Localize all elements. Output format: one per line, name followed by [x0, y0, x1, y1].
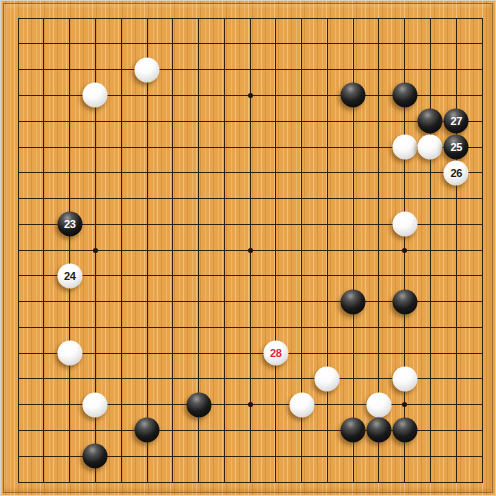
board-point-G14[interactable]	[160, 134, 186, 160]
board-point-Q15[interactable]	[392, 108, 418, 134]
board-point-R19[interactable]	[418, 5, 444, 31]
board-point-M9[interactable]	[289, 263, 315, 289]
board-point-P15[interactable]	[366, 108, 392, 134]
board-point-R6[interactable]	[418, 340, 444, 366]
board-point-T16[interactable]	[469, 83, 495, 109]
board-point-L9[interactable]	[263, 263, 289, 289]
board-point-S14[interactable]: 25	[443, 134, 469, 160]
board-point-E19[interactable]	[108, 5, 134, 31]
board-point-B5[interactable]	[31, 366, 57, 392]
board-point-F15[interactable]	[134, 108, 160, 134]
board-point-R9[interactable]	[418, 263, 444, 289]
board-point-P17[interactable]	[366, 57, 392, 83]
board-point-R13[interactable]	[418, 160, 444, 186]
board-point-O14[interactable]	[340, 134, 366, 160]
board-point-S12[interactable]	[443, 186, 469, 212]
board-point-T2[interactable]	[469, 443, 495, 469]
board-point-F11[interactable]	[134, 211, 160, 237]
board-point-Q11[interactable]	[392, 211, 418, 237]
board-point-E16[interactable]	[108, 83, 134, 109]
board-point-T19[interactable]	[469, 5, 495, 31]
board-point-A13[interactable]	[5, 160, 31, 186]
board-point-E7[interactable]	[108, 315, 134, 341]
board-point-P8[interactable]	[366, 289, 392, 315]
board-point-D19[interactable]	[83, 5, 109, 31]
board-point-N19[interactable]	[315, 5, 341, 31]
board-point-B16[interactable]	[31, 83, 57, 109]
board-point-A18[interactable]	[5, 31, 31, 57]
board-point-L2[interactable]	[263, 443, 289, 469]
board-point-O2[interactable]	[340, 443, 366, 469]
board-point-P2[interactable]	[366, 443, 392, 469]
board-point-G1[interactable]	[160, 469, 186, 495]
board-point-B15[interactable]	[31, 108, 57, 134]
board-point-T12[interactable]	[469, 186, 495, 212]
board-point-T10[interactable]	[469, 237, 495, 263]
board-point-D4[interactable]	[83, 392, 109, 418]
board-point-O11[interactable]	[340, 211, 366, 237]
board-point-Q5[interactable]	[392, 366, 418, 392]
board-point-D3[interactable]	[83, 418, 109, 444]
board-point-N8[interactable]	[315, 289, 341, 315]
board-point-D14[interactable]	[83, 134, 109, 160]
board-point-H16[interactable]	[186, 83, 212, 109]
board-point-Q10[interactable]	[392, 237, 418, 263]
board-point-P9[interactable]	[366, 263, 392, 289]
board-point-K9[interactable]	[237, 263, 263, 289]
board-point-D12[interactable]	[83, 186, 109, 212]
board-point-N3[interactable]	[315, 418, 341, 444]
board-point-C7[interactable]	[57, 315, 83, 341]
board-point-S6[interactable]	[443, 340, 469, 366]
board-point-L8[interactable]	[263, 289, 289, 315]
board-point-N7[interactable]	[315, 315, 341, 341]
board-point-S8[interactable]	[443, 289, 469, 315]
board-point-K17[interactable]	[237, 57, 263, 83]
board-point-N12[interactable]	[315, 186, 341, 212]
board-point-P19[interactable]	[366, 5, 392, 31]
board-point-A16[interactable]	[5, 83, 31, 109]
board-point-R1[interactable]	[418, 469, 444, 495]
board-point-A15[interactable]	[5, 108, 31, 134]
board-point-A17[interactable]	[5, 57, 31, 83]
board-point-T17[interactable]	[469, 57, 495, 83]
board-point-D16[interactable]	[83, 83, 109, 109]
board-point-A19[interactable]	[5, 5, 31, 31]
board-point-K18[interactable]	[237, 31, 263, 57]
board-point-Q9[interactable]	[392, 263, 418, 289]
board-point-R8[interactable]	[418, 289, 444, 315]
board-point-F13[interactable]	[134, 160, 160, 186]
board-point-J1[interactable]	[211, 469, 237, 495]
board-point-K12[interactable]	[237, 186, 263, 212]
board-point-N1[interactable]	[315, 469, 341, 495]
board-point-B10[interactable]	[31, 237, 57, 263]
board-point-P1[interactable]	[366, 469, 392, 495]
board-point-B8[interactable]	[31, 289, 57, 315]
board-point-E6[interactable]	[108, 340, 134, 366]
board-point-M11[interactable]	[289, 211, 315, 237]
board-point-B17[interactable]	[31, 57, 57, 83]
board-point-Q14[interactable]	[392, 134, 418, 160]
board-point-H4[interactable]	[186, 392, 212, 418]
board-point-G15[interactable]	[160, 108, 186, 134]
board-point-J2[interactable]	[211, 443, 237, 469]
board-point-F4[interactable]	[134, 392, 160, 418]
board-point-C18[interactable]	[57, 31, 83, 57]
board-point-T15[interactable]	[469, 108, 495, 134]
board-point-H13[interactable]	[186, 160, 212, 186]
board-point-Q1[interactable]	[392, 469, 418, 495]
board-point-S16[interactable]	[443, 83, 469, 109]
board-point-B19[interactable]	[31, 5, 57, 31]
board-point-F17[interactable]	[134, 57, 160, 83]
board-point-F8[interactable]	[134, 289, 160, 315]
board-point-E14[interactable]	[108, 134, 134, 160]
board-point-M3[interactable]	[289, 418, 315, 444]
board-point-Q16[interactable]	[392, 83, 418, 109]
board-point-H12[interactable]	[186, 186, 212, 212]
board-point-B12[interactable]	[31, 186, 57, 212]
board-point-H14[interactable]	[186, 134, 212, 160]
board-point-D15[interactable]	[83, 108, 109, 134]
board-point-L16[interactable]	[263, 83, 289, 109]
board-point-D5[interactable]	[83, 366, 109, 392]
board-point-K5[interactable]	[237, 366, 263, 392]
board-point-F12[interactable]	[134, 186, 160, 212]
board-point-Q18[interactable]	[392, 31, 418, 57]
board-point-E3[interactable]	[108, 418, 134, 444]
board-point-J11[interactable]	[211, 211, 237, 237]
board-point-D9[interactable]	[83, 263, 109, 289]
board-point-K16[interactable]	[237, 83, 263, 109]
board-point-B4[interactable]	[31, 392, 57, 418]
board-point-D8[interactable]	[83, 289, 109, 315]
board-point-H10[interactable]	[186, 237, 212, 263]
board-point-R17[interactable]	[418, 57, 444, 83]
board-point-M1[interactable]	[289, 469, 315, 495]
board-point-M14[interactable]	[289, 134, 315, 160]
board-point-R11[interactable]	[418, 211, 444, 237]
board-point-N5[interactable]	[315, 366, 341, 392]
board-point-M12[interactable]	[289, 186, 315, 212]
board-point-T8[interactable]	[469, 289, 495, 315]
board-point-O7[interactable]	[340, 315, 366, 341]
board-point-O13[interactable]	[340, 160, 366, 186]
board-point-S9[interactable]	[443, 263, 469, 289]
board-point-G19[interactable]	[160, 5, 186, 31]
board-point-T6[interactable]	[469, 340, 495, 366]
board-point-L10[interactable]	[263, 237, 289, 263]
board-point-N16[interactable]	[315, 83, 341, 109]
board-point-C17[interactable]	[57, 57, 83, 83]
board-point-B1[interactable]	[31, 469, 57, 495]
board-point-E8[interactable]	[108, 289, 134, 315]
board-point-F16[interactable]	[134, 83, 160, 109]
board-point-Q6[interactable]	[392, 340, 418, 366]
board-point-N11[interactable]	[315, 211, 341, 237]
board-point-G3[interactable]	[160, 418, 186, 444]
board-point-S17[interactable]	[443, 57, 469, 83]
board-point-L5[interactable]	[263, 366, 289, 392]
board-point-R16[interactable]	[418, 83, 444, 109]
board-point-F19[interactable]	[134, 5, 160, 31]
board-point-N9[interactable]	[315, 263, 341, 289]
board-point-L17[interactable]	[263, 57, 289, 83]
board-point-R14[interactable]	[418, 134, 444, 160]
board-point-T11[interactable]	[469, 211, 495, 237]
board-point-J10[interactable]	[211, 237, 237, 263]
board-point-N17[interactable]	[315, 57, 341, 83]
board-point-R10[interactable]	[418, 237, 444, 263]
board-point-E17[interactable]	[108, 57, 134, 83]
board-point-M18[interactable]	[289, 31, 315, 57]
board-point-S11[interactable]	[443, 211, 469, 237]
board-point-Q19[interactable]	[392, 5, 418, 31]
board-point-E11[interactable]	[108, 211, 134, 237]
board-point-F2[interactable]	[134, 443, 160, 469]
board-point-H19[interactable]	[186, 5, 212, 31]
board-point-S13[interactable]: 26	[443, 160, 469, 186]
board-point-N6[interactable]	[315, 340, 341, 366]
board-point-F3[interactable]	[134, 418, 160, 444]
board-point-N18[interactable]	[315, 31, 341, 57]
board-point-K2[interactable]	[237, 443, 263, 469]
board-point-L14[interactable]	[263, 134, 289, 160]
board-point-G12[interactable]	[160, 186, 186, 212]
board-point-P18[interactable]	[366, 31, 392, 57]
board-point-G7[interactable]	[160, 315, 186, 341]
board-point-O17[interactable]	[340, 57, 366, 83]
board-point-S5[interactable]	[443, 366, 469, 392]
board-point-L19[interactable]	[263, 5, 289, 31]
board-point-B2[interactable]	[31, 443, 57, 469]
board-point-H2[interactable]	[186, 443, 212, 469]
board-point-Q12[interactable]	[392, 186, 418, 212]
board-point-Q2[interactable]	[392, 443, 418, 469]
board-point-O10[interactable]	[340, 237, 366, 263]
board-point-T18[interactable]	[469, 31, 495, 57]
board-point-E18[interactable]	[108, 31, 134, 57]
board-point-C4[interactable]	[57, 392, 83, 418]
board-point-A7[interactable]	[5, 315, 31, 341]
board-point-J15[interactable]	[211, 108, 237, 134]
board-point-C19[interactable]	[57, 5, 83, 31]
board-point-M15[interactable]	[289, 108, 315, 134]
board-point-L6[interactable]: 28	[263, 340, 289, 366]
board-point-J7[interactable]	[211, 315, 237, 341]
board-point-F14[interactable]	[134, 134, 160, 160]
board-point-H11[interactable]	[186, 211, 212, 237]
board-point-J8[interactable]	[211, 289, 237, 315]
board-point-S1[interactable]	[443, 469, 469, 495]
board-point-O19[interactable]	[340, 5, 366, 31]
board-point-K13[interactable]	[237, 160, 263, 186]
board-point-P14[interactable]	[366, 134, 392, 160]
board-point-A9[interactable]	[5, 263, 31, 289]
board-point-A12[interactable]	[5, 186, 31, 212]
board-point-T4[interactable]	[469, 392, 495, 418]
board-point-G13[interactable]	[160, 160, 186, 186]
board-point-J3[interactable]	[211, 418, 237, 444]
board-point-J16[interactable]	[211, 83, 237, 109]
board-point-M4[interactable]	[289, 392, 315, 418]
board-point-D18[interactable]	[83, 31, 109, 57]
board-point-Q4[interactable]	[392, 392, 418, 418]
board-point-E2[interactable]	[108, 443, 134, 469]
board-point-R3[interactable]	[418, 418, 444, 444]
board-point-P13[interactable]	[366, 160, 392, 186]
board-point-S18[interactable]	[443, 31, 469, 57]
board-point-Q3[interactable]	[392, 418, 418, 444]
board-point-A3[interactable]	[5, 418, 31, 444]
board-point-G9[interactable]	[160, 263, 186, 289]
board-point-E13[interactable]	[108, 160, 134, 186]
board-point-C13[interactable]	[57, 160, 83, 186]
board-point-D11[interactable]	[83, 211, 109, 237]
board-point-L3[interactable]	[263, 418, 289, 444]
board-point-R5[interactable]	[418, 366, 444, 392]
board-point-O16[interactable]	[340, 83, 366, 109]
board-point-P16[interactable]	[366, 83, 392, 109]
board-point-F9[interactable]	[134, 263, 160, 289]
board-point-K3[interactable]	[237, 418, 263, 444]
board-point-T1[interactable]	[469, 469, 495, 495]
board-point-K6[interactable]	[237, 340, 263, 366]
board-point-R15[interactable]	[418, 108, 444, 134]
board-point-C1[interactable]	[57, 469, 83, 495]
board-point-A14[interactable]	[5, 134, 31, 160]
board-point-G10[interactable]	[160, 237, 186, 263]
board-point-P10[interactable]	[366, 237, 392, 263]
board-point-Q7[interactable]	[392, 315, 418, 341]
board-point-D2[interactable]	[83, 443, 109, 469]
board-point-H7[interactable]	[186, 315, 212, 341]
board-point-D7[interactable]	[83, 315, 109, 341]
board-point-J13[interactable]	[211, 160, 237, 186]
board-point-J18[interactable]	[211, 31, 237, 57]
board-point-T9[interactable]	[469, 263, 495, 289]
board-point-E15[interactable]	[108, 108, 134, 134]
board-point-L4[interactable]	[263, 392, 289, 418]
board-point-J6[interactable]	[211, 340, 237, 366]
board-point-P3[interactable]	[366, 418, 392, 444]
board-point-B3[interactable]	[31, 418, 57, 444]
board-point-R2[interactable]	[418, 443, 444, 469]
board-point-J17[interactable]	[211, 57, 237, 83]
board-point-C11[interactable]: 23	[57, 211, 83, 237]
board-point-A1[interactable]	[5, 469, 31, 495]
board-point-S4[interactable]	[443, 392, 469, 418]
board-point-M7[interactable]	[289, 315, 315, 341]
board-point-A6[interactable]	[5, 340, 31, 366]
board-point-J14[interactable]	[211, 134, 237, 160]
board-point-L1[interactable]	[263, 469, 289, 495]
board-point-H6[interactable]	[186, 340, 212, 366]
board-point-Q13[interactable]	[392, 160, 418, 186]
board-point-D17[interactable]	[83, 57, 109, 83]
board-point-K10[interactable]	[237, 237, 263, 263]
board-point-B7[interactable]	[31, 315, 57, 341]
board-point-M19[interactable]	[289, 5, 315, 31]
board-point-O3[interactable]	[340, 418, 366, 444]
board-point-K15[interactable]	[237, 108, 263, 134]
board-point-C9[interactable]: 24	[57, 263, 83, 289]
board-point-A11[interactable]	[5, 211, 31, 237]
board-point-M16[interactable]	[289, 83, 315, 109]
board-point-T3[interactable]	[469, 418, 495, 444]
board-point-J19[interactable]	[211, 5, 237, 31]
board-point-M2[interactable]	[289, 443, 315, 469]
board-point-C15[interactable]	[57, 108, 83, 134]
board-point-E1[interactable]	[108, 469, 134, 495]
board-point-H15[interactable]	[186, 108, 212, 134]
board-point-E4[interactable]	[108, 392, 134, 418]
board-point-M17[interactable]	[289, 57, 315, 83]
board-point-C6[interactable]	[57, 340, 83, 366]
board-point-T14[interactable]	[469, 134, 495, 160]
board-point-K14[interactable]	[237, 134, 263, 160]
board-point-P12[interactable]	[366, 186, 392, 212]
board-point-A4[interactable]	[5, 392, 31, 418]
board-point-H9[interactable]	[186, 263, 212, 289]
board-point-G11[interactable]	[160, 211, 186, 237]
board-point-K19[interactable]	[237, 5, 263, 31]
board-point-T5[interactable]	[469, 366, 495, 392]
board-point-L15[interactable]	[263, 108, 289, 134]
board-point-O1[interactable]	[340, 469, 366, 495]
board-point-H3[interactable]	[186, 418, 212, 444]
board-point-G16[interactable]	[160, 83, 186, 109]
board-point-C3[interactable]	[57, 418, 83, 444]
board-point-S19[interactable]	[443, 5, 469, 31]
board-point-D1[interactable]	[83, 469, 109, 495]
board-point-Q17[interactable]	[392, 57, 418, 83]
board-point-H8[interactable]	[186, 289, 212, 315]
board-point-A8[interactable]	[5, 289, 31, 315]
board-point-S15[interactable]: 27	[443, 108, 469, 134]
board-point-L12[interactable]	[263, 186, 289, 212]
board-point-M5[interactable]	[289, 366, 315, 392]
board-point-H17[interactable]	[186, 57, 212, 83]
board-point-G18[interactable]	[160, 31, 186, 57]
board-point-A2[interactable]	[5, 443, 31, 469]
board-point-H1[interactable]	[186, 469, 212, 495]
board-point-F6[interactable]	[134, 340, 160, 366]
board-point-P6[interactable]	[366, 340, 392, 366]
board-point-R12[interactable]	[418, 186, 444, 212]
board-point-P4[interactable]	[366, 392, 392, 418]
board-point-C12[interactable]	[57, 186, 83, 212]
board-point-O5[interactable]	[340, 366, 366, 392]
board-point-N4[interactable]	[315, 392, 341, 418]
board-point-O4[interactable]	[340, 392, 366, 418]
board-point-B13[interactable]	[31, 160, 57, 186]
board-point-F5[interactable]	[134, 366, 160, 392]
board-point-B6[interactable]	[31, 340, 57, 366]
board-point-R4[interactable]	[418, 392, 444, 418]
board-point-E10[interactable]	[108, 237, 134, 263]
board-point-D13[interactable]	[83, 160, 109, 186]
board-point-S3[interactable]	[443, 418, 469, 444]
board-point-M6[interactable]	[289, 340, 315, 366]
board-point-G17[interactable]	[160, 57, 186, 83]
board-point-J12[interactable]	[211, 186, 237, 212]
board-point-C10[interactable]	[57, 237, 83, 263]
board-point-C8[interactable]	[57, 289, 83, 315]
board-point-Q8[interactable]	[392, 289, 418, 315]
board-point-N15[interactable]	[315, 108, 341, 134]
